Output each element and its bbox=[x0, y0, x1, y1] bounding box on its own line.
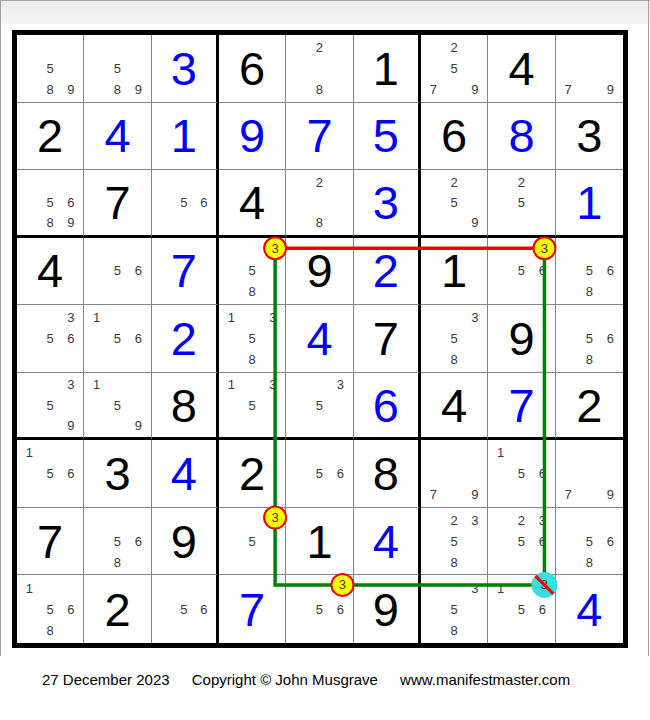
cell-r7c4[interactable]: 2 bbox=[219, 440, 286, 508]
candidate-digit: 5 bbox=[444, 192, 465, 212]
solved-digit: 6 bbox=[354, 373, 418, 438]
given-digit: 9 bbox=[152, 508, 216, 575]
candidate-digit: 3 bbox=[61, 375, 82, 395]
cell-r7c5[interactable]: 56 bbox=[286, 440, 353, 508]
solved-digit: 4 bbox=[354, 508, 418, 575]
candidate-grid: 58 bbox=[221, 240, 283, 303]
candidate-grid: 79 bbox=[558, 37, 621, 100]
candidate-grid: 358 bbox=[423, 307, 485, 370]
footer: 27 December 2023 Copyright © John Musgra… bbox=[42, 671, 570, 688]
footer-copyright: Copyright © John Musgrave bbox=[192, 671, 378, 688]
candidate-digit: 5 bbox=[40, 599, 61, 620]
candidate-digit: 8 bbox=[579, 349, 600, 370]
candidate-digit: 3 bbox=[330, 375, 351, 395]
given-digit: 9 bbox=[354, 575, 418, 643]
candidate-grid: 156 bbox=[490, 577, 552, 641]
solved-digit: 4 bbox=[84, 103, 150, 170]
candidate-digit: 6 bbox=[128, 328, 149, 349]
candidate-grid: 56 bbox=[490, 240, 552, 303]
solved-digit: 9 bbox=[219, 103, 285, 170]
given-digit: 2 bbox=[84, 575, 150, 643]
solved-digit: 5 bbox=[354, 103, 418, 170]
cell-r4c2[interactable]: 56 bbox=[84, 238, 151, 306]
candidate-digit: 9 bbox=[61, 212, 82, 232]
candidate-digit: 5 bbox=[242, 531, 263, 552]
cell-r5c6[interactable]: 7 bbox=[354, 305, 421, 373]
solved-digit: 4 bbox=[286, 305, 352, 372]
candidate-digit: 3 bbox=[61, 307, 82, 328]
candidate-digit: 5 bbox=[107, 531, 128, 552]
cell-r4c9[interactable]: 568 bbox=[556, 238, 623, 306]
candidate-grid: 358 bbox=[423, 577, 485, 641]
candidate-digit: 5 bbox=[40, 192, 61, 212]
candidate-digit: 3 bbox=[263, 375, 284, 395]
candidate-grid: 79 bbox=[558, 442, 621, 505]
cell-r5c3[interactable]: 2 bbox=[152, 305, 219, 373]
given-digit: 6 bbox=[219, 35, 285, 102]
candidate-digit: 5 bbox=[107, 328, 128, 349]
candidate-grid: 589 bbox=[86, 37, 148, 100]
candidate-digit: 3 bbox=[465, 307, 486, 328]
candidate-digit: 8 bbox=[107, 79, 128, 100]
solved-digit: 1 bbox=[152, 103, 216, 170]
cell-r4c7[interactable]: 1 bbox=[421, 238, 488, 306]
cell-r8c3[interactable]: 9 bbox=[152, 508, 219, 576]
candidate-grid: 356 bbox=[19, 307, 81, 370]
candidate-digit: 8 bbox=[444, 620, 465, 641]
candidate-digit: 6 bbox=[532, 463, 553, 484]
candidate-digit: 7 bbox=[423, 484, 444, 505]
solved-digit: 7 bbox=[152, 238, 216, 305]
candidate-digit: 2 bbox=[444, 172, 465, 192]
candidate-digit: 5 bbox=[242, 328, 263, 349]
candidate-digit: 9 bbox=[600, 484, 621, 505]
footer-date: 27 December 2023 bbox=[42, 671, 170, 688]
candidate-grid: 56 bbox=[86, 240, 148, 303]
cell-r9c9[interactable]: 4 bbox=[556, 575, 623, 643]
cell-r4c4[interactable]: 58 bbox=[219, 238, 286, 306]
candidate-digit: 6 bbox=[330, 463, 351, 484]
candidate-digit: 6 bbox=[600, 531, 621, 552]
cell-r1c4[interactable]: 6 bbox=[219, 35, 286, 103]
candidate-digit: 1 bbox=[490, 577, 511, 598]
candidate-digit: 5 bbox=[511, 463, 532, 484]
candidate-digit: 5 bbox=[579, 328, 600, 349]
candidate-digit: 9 bbox=[128, 79, 149, 100]
candidate-digit: 9 bbox=[465, 212, 486, 232]
solved-digit: 7 bbox=[219, 575, 285, 643]
cell-r6c2[interactable]: 159 bbox=[84, 373, 151, 441]
candidate-digit: 8 bbox=[309, 79, 330, 100]
cell-r2c7[interactable]: 6 bbox=[421, 103, 488, 171]
candidate-grid: 2358 bbox=[423, 510, 485, 573]
cell-r9c2[interactable]: 2 bbox=[84, 575, 151, 643]
cell-r7c6[interactable]: 8 bbox=[354, 440, 421, 508]
candidate-digit: 5 bbox=[107, 261, 128, 282]
cell-r1c1[interactable]: 589 bbox=[17, 35, 84, 103]
cell-r8c2[interactable]: 568 bbox=[84, 508, 151, 576]
cell-r2c3[interactable]: 1 bbox=[152, 103, 219, 171]
cell-r8c1[interactable]: 7 bbox=[17, 508, 84, 576]
candidate-digit: 6 bbox=[600, 261, 621, 282]
cell-r6c7[interactable]: 4 bbox=[421, 373, 488, 441]
cell-r6c6[interactable]: 6 bbox=[354, 373, 421, 441]
cell-r2c5[interactable]: 7 bbox=[286, 103, 353, 171]
given-digit: 1 bbox=[421, 238, 487, 305]
cell-r1c8[interactable]: 4 bbox=[488, 35, 555, 103]
given-digit: 1 bbox=[286, 508, 352, 575]
candidate-digit: 6 bbox=[532, 261, 553, 282]
candidate-digit: 6 bbox=[194, 599, 214, 620]
cell-r8c8[interactable]: 2356 bbox=[488, 508, 555, 576]
candidate-digit: 6 bbox=[532, 599, 553, 620]
candidate-grid: 2579 bbox=[423, 37, 485, 100]
given-digit: 3 bbox=[84, 440, 150, 507]
solved-digit: 4 bbox=[556, 575, 623, 643]
cell-r1c2[interactable]: 589 bbox=[84, 35, 151, 103]
candidate-digit: 5 bbox=[309, 463, 330, 484]
solved-digit: 7 bbox=[488, 373, 554, 438]
solved-digit: 3 bbox=[152, 35, 216, 102]
candidate-digit: 9 bbox=[600, 79, 621, 100]
candidate-grid: 589 bbox=[19, 37, 81, 100]
cell-r9c3[interactable]: 56 bbox=[152, 575, 219, 643]
cell-r6c1[interactable]: 359 bbox=[17, 373, 84, 441]
candidate-digit: 8 bbox=[40, 212, 61, 232]
candidate-digit: 5 bbox=[242, 261, 263, 282]
cell-r3c4[interactable]: 4 bbox=[219, 170, 286, 238]
candidate-digit: 5 bbox=[444, 328, 465, 349]
candidate-digit: 6 bbox=[128, 531, 149, 552]
candidate-digit: 9 bbox=[128, 415, 149, 435]
cell-r9c1[interactable]: 1568 bbox=[17, 575, 84, 643]
candidate-digit: 6 bbox=[61, 463, 82, 484]
cell-r7c2[interactable]: 3 bbox=[84, 440, 151, 508]
sudoku-board: 5895893628125794792419756835689756428325… bbox=[12, 30, 628, 648]
candidate-digit: 5 bbox=[242, 395, 263, 415]
candidate-digit: 8 bbox=[579, 281, 600, 302]
candidate-digit: 7 bbox=[423, 79, 444, 100]
candidate-digit: 2 bbox=[444, 37, 465, 58]
candidate-digit: 8 bbox=[242, 281, 263, 302]
cell-r3c3[interactable]: 56 bbox=[152, 170, 219, 238]
candidate-digit: 8 bbox=[107, 552, 128, 573]
candidate-digit: 5 bbox=[511, 261, 532, 282]
candidate-grid: 25 bbox=[490, 172, 552, 233]
footer-website: www.manifestmaster.com bbox=[400, 671, 570, 688]
cell-r3c8[interactable]: 25 bbox=[488, 170, 555, 238]
given-digit: 4 bbox=[488, 35, 554, 102]
window-right-edge bbox=[648, 0, 649, 656]
candidate-digit: 5 bbox=[579, 261, 600, 282]
solved-digit: 2 bbox=[354, 238, 418, 305]
candidate-digit: 8 bbox=[309, 212, 330, 232]
cell-r7c8[interactable]: 156 bbox=[488, 440, 555, 508]
candidate-grid: 35 bbox=[288, 375, 350, 436]
candidate-digit: 2 bbox=[444, 510, 465, 531]
candidate-grid: 568 bbox=[558, 307, 621, 370]
candidate-digit: 5 bbox=[444, 531, 465, 552]
window-title-bar bbox=[0, 0, 650, 24]
cell-r1c6[interactable]: 1 bbox=[354, 35, 421, 103]
candidate-grid: 1568 bbox=[19, 577, 81, 641]
window-left-edge bbox=[0, 0, 1, 656]
candidate-digit: 8 bbox=[40, 79, 61, 100]
candidate-grid: 359 bbox=[19, 375, 81, 436]
cell-r5c9[interactable]: 568 bbox=[556, 305, 623, 373]
cell-r3c5[interactable]: 28 bbox=[286, 170, 353, 238]
candidate-digit: 8 bbox=[242, 349, 263, 370]
candidate-digit: 9 bbox=[61, 415, 82, 435]
candidate-digit: 3 bbox=[532, 510, 553, 531]
candidate-digit: 8 bbox=[444, 552, 465, 573]
candidate-digit: 1 bbox=[221, 307, 242, 328]
cell-r2c8[interactable]: 8 bbox=[488, 103, 555, 171]
solved-digit: 7 bbox=[286, 103, 352, 170]
candidate-grid: 156 bbox=[86, 307, 148, 370]
candidate-digit: 1 bbox=[221, 375, 242, 395]
given-digit: 4 bbox=[17, 238, 83, 305]
given-digit: 2 bbox=[556, 373, 623, 438]
cell-r4c3[interactable]: 7 bbox=[152, 238, 219, 306]
cell-r9c4[interactable]: 7 bbox=[219, 575, 286, 643]
given-digit: 4 bbox=[219, 170, 285, 235]
cell-r8c4[interactable]: 5 bbox=[219, 508, 286, 576]
given-digit: 1 bbox=[354, 35, 418, 102]
candidate-digit: 5 bbox=[444, 599, 465, 620]
cell-r4c6[interactable]: 2 bbox=[354, 238, 421, 306]
candidate-grid: 568 bbox=[558, 240, 621, 303]
candidate-digit: 1 bbox=[19, 442, 40, 463]
candidate-grid: 1358 bbox=[221, 307, 283, 370]
cell-r5c5[interactable]: 4 bbox=[286, 305, 353, 373]
candidate-digit: 5 bbox=[40, 463, 61, 484]
candidate-digit: 5 bbox=[511, 599, 532, 620]
cell-r1c5[interactable]: 28 bbox=[286, 35, 353, 103]
cell-r9c6[interactable]: 9 bbox=[354, 575, 421, 643]
candidate-digit: 5 bbox=[174, 599, 194, 620]
cell-r2c1[interactable]: 2 bbox=[17, 103, 84, 171]
cell-r5c4[interactable]: 1358 bbox=[219, 305, 286, 373]
cell-r5c7[interactable]: 358 bbox=[421, 305, 488, 373]
candidate-grid: 5 bbox=[221, 510, 283, 573]
cell-r6c8[interactable]: 7 bbox=[488, 373, 555, 441]
candidate-digit: 6 bbox=[194, 192, 214, 212]
candidate-grid: 56 bbox=[154, 172, 214, 233]
candidate-digit: 6 bbox=[600, 328, 621, 349]
given-digit: 8 bbox=[152, 373, 216, 438]
given-digit: 7 bbox=[84, 170, 150, 235]
cell-r8c5[interactable]: 1 bbox=[286, 508, 353, 576]
candidate-digit: 6 bbox=[128, 261, 149, 282]
given-digit: 3 bbox=[556, 103, 623, 170]
candidate-grid: 135 bbox=[221, 375, 283, 436]
given-digit: 2 bbox=[17, 103, 83, 170]
candidate-digit: 5 bbox=[309, 599, 330, 620]
cell-r7c9[interactable]: 79 bbox=[556, 440, 623, 508]
cell-r2c4[interactable]: 9 bbox=[219, 103, 286, 171]
cell-r3c9[interactable]: 1 bbox=[556, 170, 623, 238]
cell-r2c6[interactable]: 5 bbox=[354, 103, 421, 171]
candidate-digit: 6 bbox=[532, 531, 553, 552]
candidate-digit: 8 bbox=[579, 552, 600, 573]
candidate-grid: 568 bbox=[86, 510, 148, 573]
candidate-digit: 5 bbox=[107, 58, 128, 79]
cell-r8c6[interactable]: 4 bbox=[354, 508, 421, 576]
candidate-grid: 568 bbox=[558, 510, 621, 573]
cell-r6c5[interactable]: 35 bbox=[286, 373, 353, 441]
candidate-digit: 5 bbox=[511, 192, 532, 212]
candidate-digit: 3 bbox=[465, 577, 486, 598]
cell-r7c7[interactable]: 79 bbox=[421, 440, 488, 508]
candidate-digit: 2 bbox=[309, 172, 330, 192]
solved-digit: 3 bbox=[354, 170, 418, 235]
cell-r9c8[interactable]: 156 bbox=[488, 575, 555, 643]
candidate-digit: 9 bbox=[465, 484, 486, 505]
candidate-grid: 28 bbox=[288, 172, 350, 233]
candidate-digit: 1 bbox=[86, 307, 107, 328]
candidate-digit: 6 bbox=[330, 599, 351, 620]
given-digit: 8 bbox=[354, 440, 418, 507]
candidate-digit: 7 bbox=[558, 484, 579, 505]
solved-digit: 4 bbox=[152, 440, 216, 507]
candidate-digit: 5 bbox=[174, 192, 194, 212]
candidate-digit: 3 bbox=[263, 307, 284, 328]
candidate-grid: 28 bbox=[288, 37, 350, 100]
candidate-grid: 156 bbox=[490, 442, 552, 505]
candidate-digit: 5 bbox=[107, 395, 128, 415]
cell-r5c2[interactable]: 156 bbox=[84, 305, 151, 373]
candidate-digit: 5 bbox=[444, 58, 465, 79]
candidate-digit: 9 bbox=[61, 79, 82, 100]
candidate-digit: 1 bbox=[490, 442, 511, 463]
cell-r6c3[interactable]: 8 bbox=[152, 373, 219, 441]
cell-r2c9[interactable]: 3 bbox=[556, 103, 623, 171]
given-digit: 2 bbox=[219, 440, 285, 507]
candidate-digit: 5 bbox=[511, 531, 532, 552]
cell-r1c7[interactable]: 2579 bbox=[421, 35, 488, 103]
cell-r8c9[interactable]: 568 bbox=[556, 508, 623, 576]
cell-r1c3[interactable]: 3 bbox=[152, 35, 219, 103]
candidate-digit: 6 bbox=[61, 599, 82, 620]
candidate-grid: 156 bbox=[19, 442, 81, 505]
given-digit: 9 bbox=[286, 238, 352, 305]
candidate-digit: 5 bbox=[309, 395, 330, 415]
candidate-grid: 2356 bbox=[490, 510, 552, 573]
cell-r9c5[interactable]: 56 bbox=[286, 575, 353, 643]
candidate-digit: 6 bbox=[61, 192, 82, 212]
cell-r6c4[interactable]: 135 bbox=[219, 373, 286, 441]
solved-digit: 8 bbox=[488, 103, 554, 170]
given-digit: 4 bbox=[421, 373, 487, 438]
candidate-digit: 8 bbox=[444, 349, 465, 370]
candidate-digit: 2 bbox=[511, 172, 532, 192]
cell-r5c1[interactable]: 356 bbox=[17, 305, 84, 373]
candidate-digit: 3 bbox=[465, 510, 486, 531]
cell-r7c3[interactable]: 4 bbox=[152, 440, 219, 508]
cell-r3c6[interactable]: 3 bbox=[354, 170, 421, 238]
cell-r6c9[interactable]: 2 bbox=[556, 373, 623, 441]
candidate-digit: 6 bbox=[61, 328, 82, 349]
given-digit: 9 bbox=[488, 305, 554, 372]
candidate-digit: 5 bbox=[40, 58, 61, 79]
given-digit: 7 bbox=[17, 508, 83, 575]
given-digit: 6 bbox=[421, 103, 487, 170]
candidate-digit: 5 bbox=[40, 328, 61, 349]
candidate-grid: 56 bbox=[154, 577, 214, 641]
candidate-grid: 79 bbox=[423, 442, 485, 505]
cell-r4c8[interactable]: 56 bbox=[488, 238, 555, 306]
cell-r9c7[interactable]: 358 bbox=[421, 575, 488, 643]
solved-digit: 2 bbox=[152, 305, 216, 372]
cell-r3c1[interactable]: 5689 bbox=[17, 170, 84, 238]
candidate-digit: 9 bbox=[465, 79, 486, 100]
cell-r1c9[interactable]: 79 bbox=[556, 35, 623, 103]
candidate-grid: 259 bbox=[423, 172, 485, 233]
candidate-digit: 2 bbox=[511, 510, 532, 531]
candidate-grid: 56 bbox=[288, 442, 350, 505]
solved-digit: 1 bbox=[556, 170, 623, 235]
candidate-digit: 8 bbox=[40, 620, 61, 641]
cell-r3c2[interactable]: 7 bbox=[84, 170, 151, 238]
cell-r7c1[interactable]: 156 bbox=[17, 440, 84, 508]
candidate-digit: 2 bbox=[309, 37, 330, 58]
candidate-grid: 5689 bbox=[19, 172, 81, 233]
candidate-digit: 7 bbox=[558, 79, 579, 100]
candidate-digit: 5 bbox=[579, 531, 600, 552]
cell-r3c7[interactable]: 259 bbox=[421, 170, 488, 238]
cell-r2c2[interactable]: 4 bbox=[84, 103, 151, 171]
cell-r5c8[interactable]: 9 bbox=[488, 305, 555, 373]
given-digit: 7 bbox=[354, 305, 418, 372]
candidate-digit: 1 bbox=[19, 577, 40, 598]
cell-r4c5[interactable]: 9 bbox=[286, 238, 353, 306]
cell-r8c7[interactable]: 2358 bbox=[421, 508, 488, 576]
candidate-grid: 159 bbox=[86, 375, 148, 436]
candidate-digit: 5 bbox=[40, 395, 61, 415]
candidate-grid: 56 bbox=[288, 577, 350, 641]
cell-r4c1[interactable]: 4 bbox=[17, 238, 84, 306]
candidate-digit: 1 bbox=[86, 375, 107, 395]
